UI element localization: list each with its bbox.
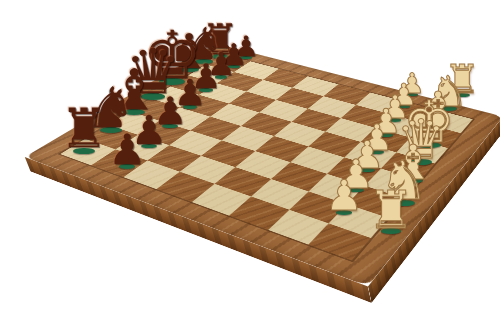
rook-glyph: ♜ [368,184,415,236]
pawn-glyph: ♟ [108,129,146,171]
rook-glyph: ♜ [60,102,108,156]
scene: ♜♟♞♟♝♟♚♟♜♟♛♟♟♞♝♟♟♝♞♟♚♟♜♟♛♟♟♝♟♞♟♜ [0,0,500,316]
pieces-layer: ♜♟♞♟♝♟♚♟♜♟♛♟♟♞♝♟♟♝♞♟♚♟♜♟♛♟♟♝♟♞♟♜ [0,0,500,316]
pawn-glyph: ♟ [325,175,363,217]
